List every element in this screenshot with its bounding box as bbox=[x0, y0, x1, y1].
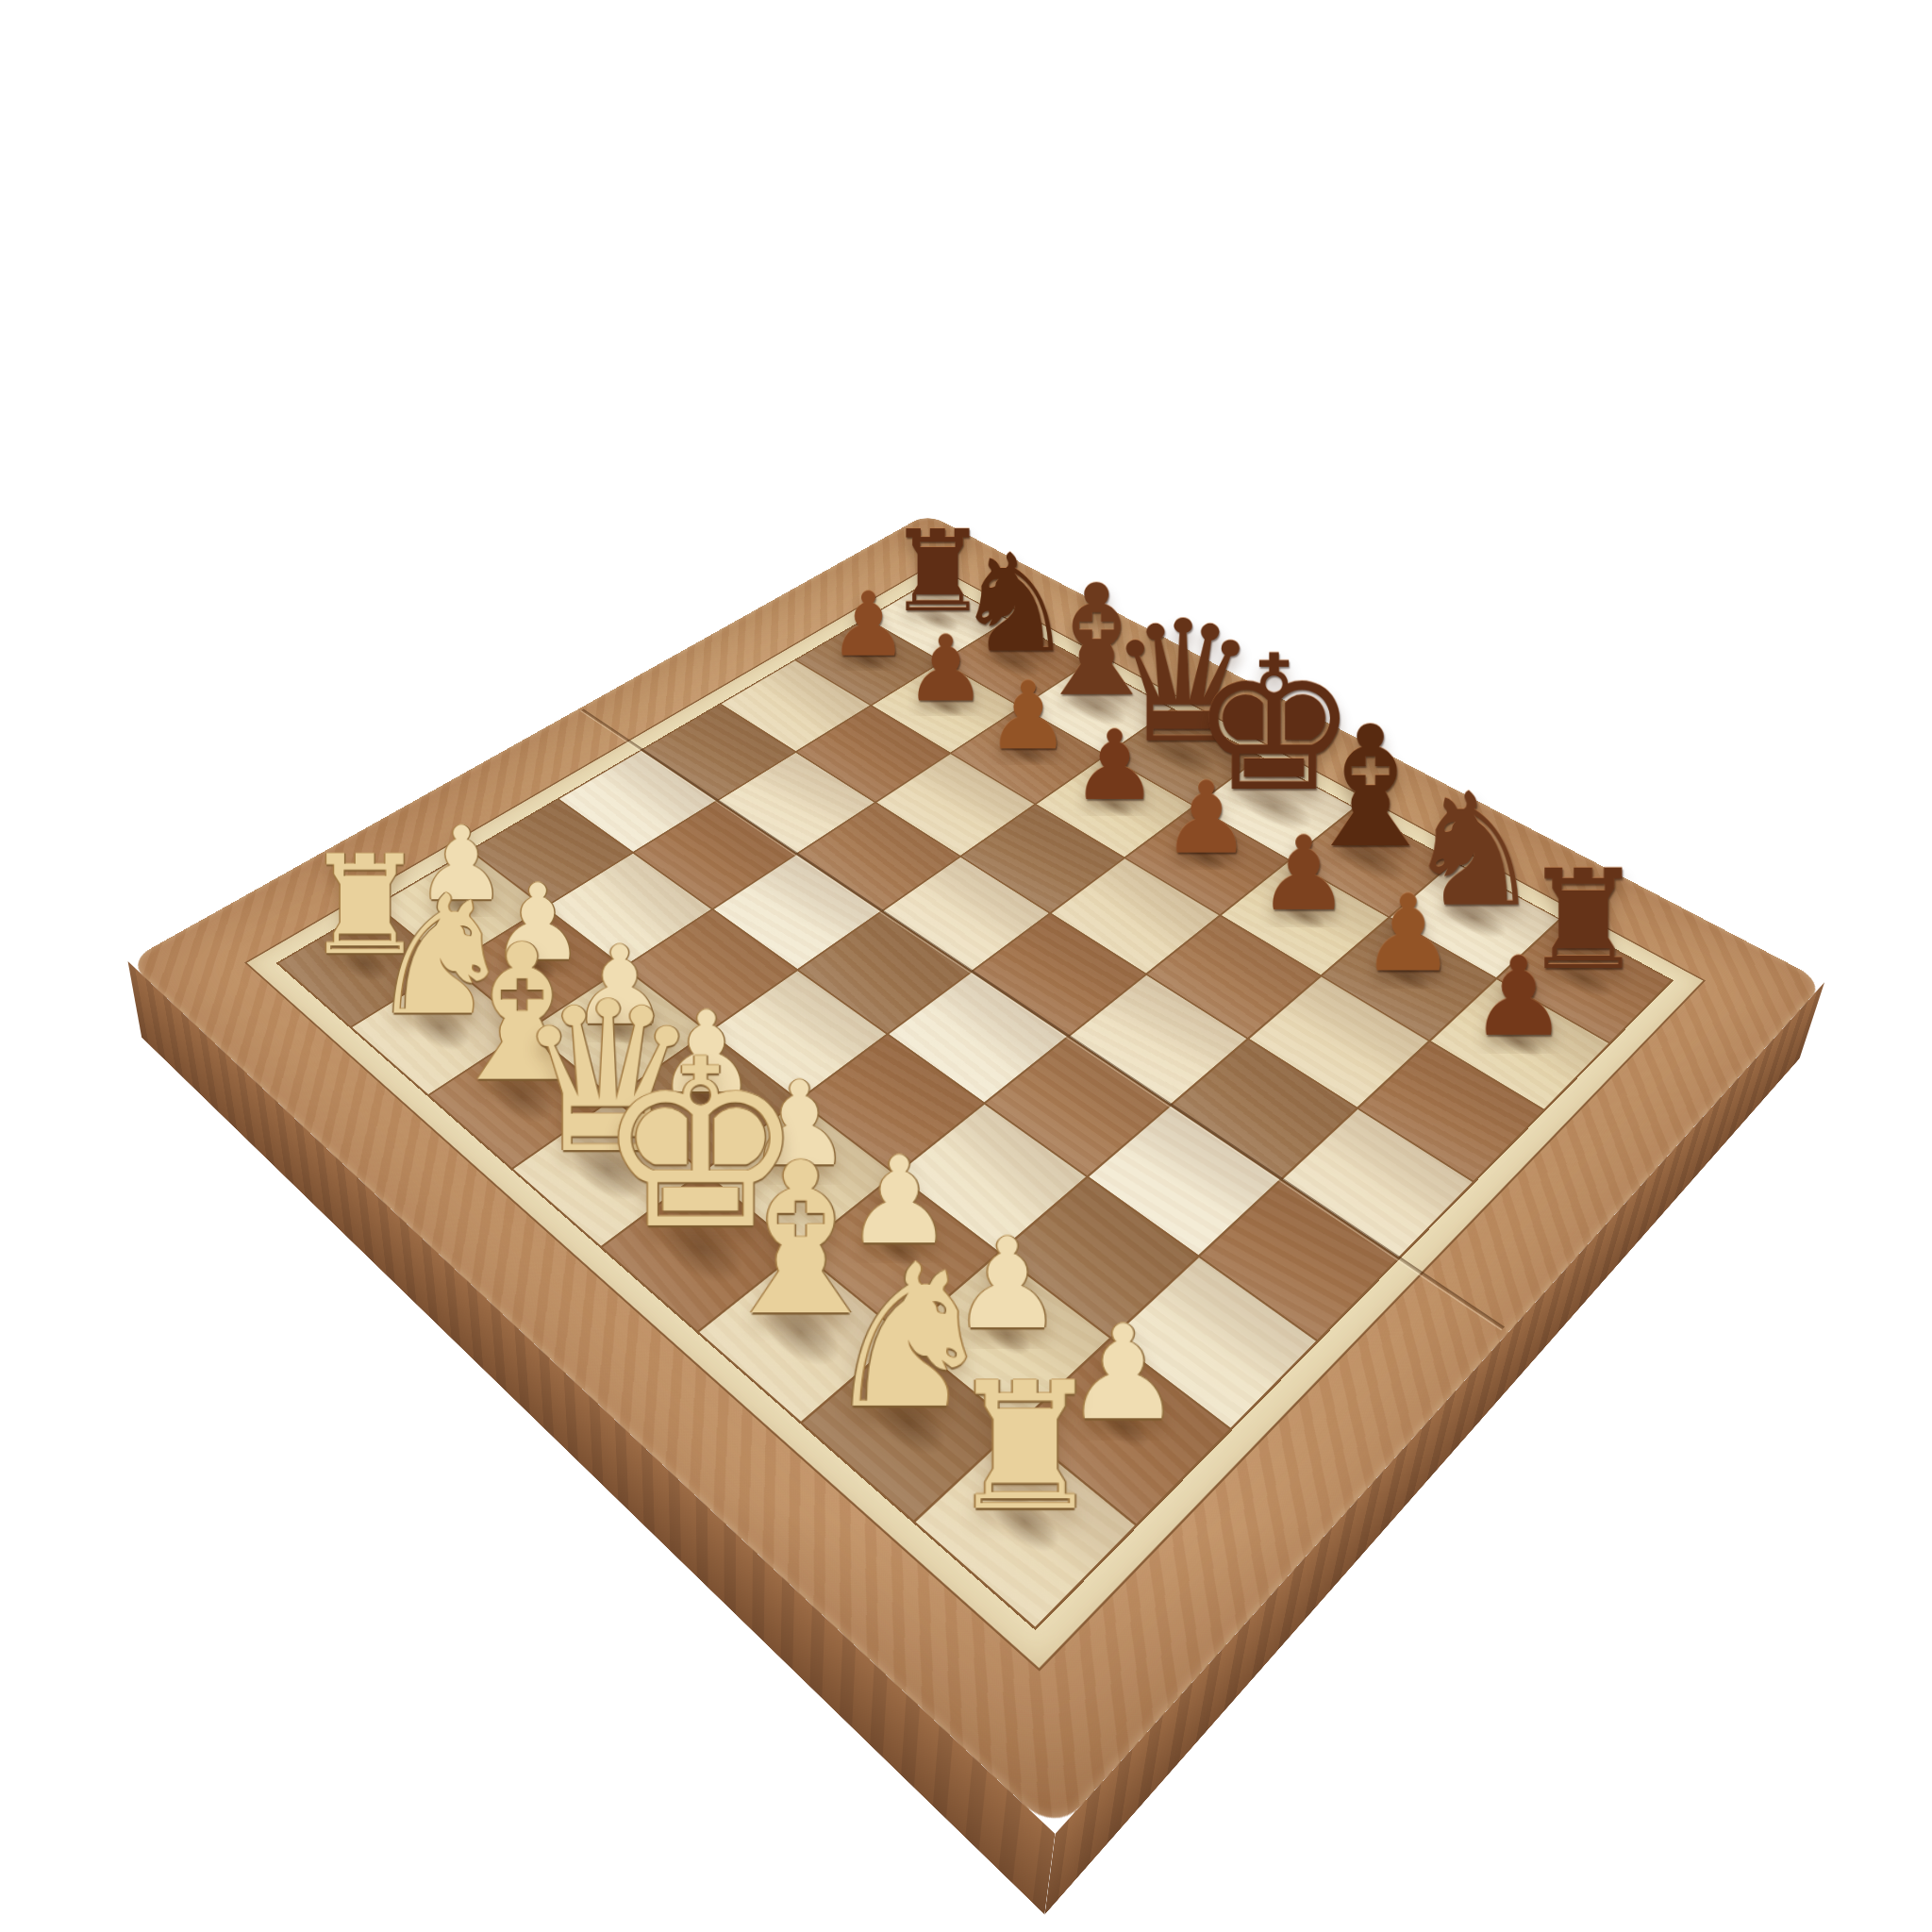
piece-white-rook-h1[interactable]: ♜ bbox=[868, 1364, 1182, 1531]
piece-dark-pawn-h7[interactable]: ♟ bbox=[1391, 944, 1645, 1048]
chess-board: ♜♞♝♛♚♝♞♜♟♟♟♟♟♟♟♟♟♟♟♟♟♟♟♟♜♞♝♛♚♝♞♜ bbox=[128, 514, 1825, 1834]
scene: ♜♞♝♛♚♝♞♜♟♟♟♟♟♟♟♟♟♟♟♟♟♟♟♟♜♞♝♛♚♝♞♜ bbox=[0, 0, 1932, 1932]
board-top-face: ♜♞♝♛♚♝♞♜♟♟♟♟♟♟♟♟♟♟♟♟♟♟♟♟♜♞♝♛♚♝♞♜ bbox=[128, 514, 1825, 1834]
product-photo-canvas: ♜♞♝♛♚♝♞♜♟♟♟♟♟♟♟♟♟♟♟♟♟♟♟♟♜♞♝♛♚♝♞♜ bbox=[0, 0, 1932, 1932]
